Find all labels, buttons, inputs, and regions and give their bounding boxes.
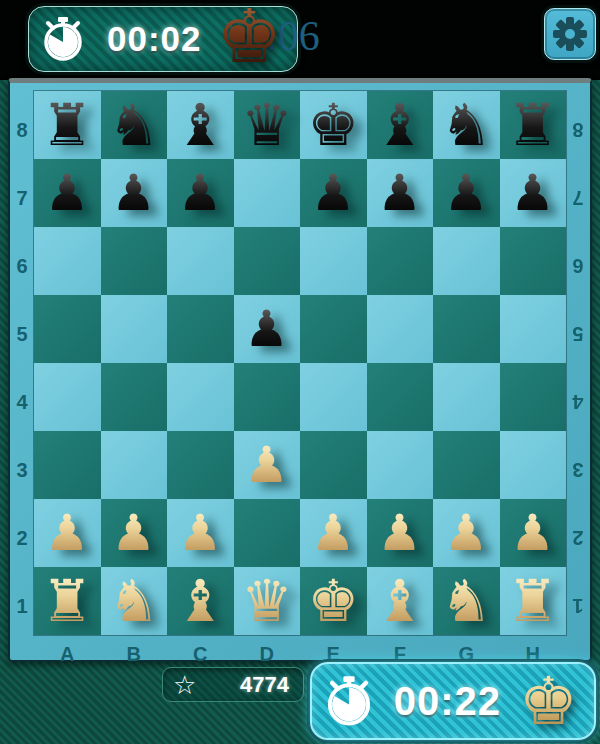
square-e3[interactable]: [300, 431, 367, 499]
rank-label-left-2: 2: [12, 528, 32, 548]
file-label-f: F: [390, 644, 410, 664]
piece-white-pawn[interactable]: ♟: [244, 440, 289, 490]
square-a8[interactable]: ♜: [34, 91, 101, 159]
square-a1[interactable]: ♜: [34, 567, 101, 635]
square-c5[interactable]: [167, 295, 234, 363]
square-d8[interactable]: ♛: [234, 91, 301, 159]
square-h6[interactable]: [500, 227, 567, 295]
piece-white-knight[interactable]: ♞: [440, 572, 492, 630]
square-c1[interactable]: ♝: [167, 567, 234, 635]
white-timer: 00:22: [394, 679, 501, 724]
piece-white-king[interactable]: ♚: [307, 572, 359, 630]
square-a6[interactable]: [34, 227, 101, 295]
rank-label-left-8: 8: [12, 120, 32, 140]
piece-black-knight[interactable]: ♞: [108, 96, 160, 154]
top-bar: 00:02 ♚ :06: [0, 0, 600, 80]
square-b5[interactable]: [101, 295, 168, 363]
square-g8[interactable]: ♞: [433, 91, 500, 159]
file-label-b: B: [124, 644, 144, 664]
square-e6[interactable]: [300, 227, 367, 295]
rank-label-left-5: 5: [12, 324, 32, 344]
square-g6[interactable]: [433, 227, 500, 295]
square-f6[interactable]: [367, 227, 434, 295]
rank-label-right-2: 2: [568, 528, 588, 548]
square-c4[interactable]: [167, 363, 234, 431]
rank-label-right-5: 5: [568, 324, 588, 344]
piece-black-pawn[interactable]: ♟: [111, 168, 156, 218]
piece-black-bishop[interactable]: ♝: [174, 96, 226, 154]
piece-white-rook[interactable]: ♜: [41, 572, 93, 630]
piece-black-pawn[interactable]: ♟: [244, 304, 289, 354]
square-e1[interactable]: ♚: [300, 567, 367, 635]
file-label-g: G: [456, 644, 476, 664]
file-label-h: H: [523, 644, 543, 664]
white-king-icon: ♚: [519, 668, 578, 734]
rank-label-right-1: 1: [568, 596, 588, 616]
square-b2[interactable]: ♟: [101, 499, 168, 567]
square-e2[interactable]: ♟: [300, 499, 367, 567]
square-b3[interactable]: [101, 431, 168, 499]
piece-black-rook[interactable]: ♜: [41, 96, 93, 154]
square-a5[interactable]: [34, 295, 101, 363]
board-grid: ♜♞♝♛♚♝♞♜♟♟♟♟♟♟♟♟♟♟♟♟♟♟♟♟♜♞♝♛♚♝♞♜: [34, 91, 566, 635]
square-c3[interactable]: [167, 431, 234, 499]
square-e8[interactable]: ♚: [300, 91, 367, 159]
file-label-c: C: [190, 644, 210, 664]
piece-black-knight[interactable]: ♞: [440, 96, 492, 154]
square-h5[interactable]: [500, 295, 567, 363]
square-f2[interactable]: ♟: [367, 499, 434, 567]
piece-white-pawn[interactable]: ♟: [178, 508, 223, 558]
square-e5[interactable]: [300, 295, 367, 363]
rank-label-left-3: 3: [12, 460, 32, 480]
square-c2[interactable]: ♟: [167, 499, 234, 567]
white-timer-box: 00:22 ♚: [310, 662, 596, 740]
piece-black-bishop[interactable]: ♝: [374, 96, 426, 154]
rank-label-left-7: 7: [12, 188, 32, 208]
piece-white-pawn[interactable]: ♟: [311, 508, 356, 558]
square-g3[interactable]: [433, 431, 500, 499]
square-d3[interactable]: ♟: [234, 431, 301, 499]
square-b1[interactable]: ♞: [101, 567, 168, 635]
piece-white-queen[interactable]: ♛: [241, 572, 293, 630]
square-c8[interactable]: ♝: [167, 91, 234, 159]
rank-label-left-4: 4: [12, 392, 32, 412]
rank-label-right-3: 3: [568, 460, 588, 480]
piece-white-pawn[interactable]: ♟: [444, 508, 489, 558]
square-h8[interactable]: ♜: [500, 91, 567, 159]
square-d5[interactable]: ♟: [234, 295, 301, 363]
piece-black-pawn[interactable]: ♟: [311, 168, 356, 218]
square-h1[interactable]: ♜: [500, 567, 567, 635]
square-d2[interactable]: [234, 499, 301, 567]
chess-board: ♜♞♝♛♚♝♞♜♟♟♟♟♟♟♟♟♟♟♟♟♟♟♟♟♜♞♝♛♚♝♞♜ 8877665…: [8, 78, 592, 662]
piece-white-bishop[interactable]: ♝: [174, 572, 226, 630]
square-a2[interactable]: ♟: [34, 499, 101, 567]
square-h3[interactable]: [500, 431, 567, 499]
square-a4[interactable]: [34, 363, 101, 431]
file-label-e: E: [323, 644, 343, 664]
square-h2[interactable]: ♟: [500, 499, 567, 567]
square-c7[interactable]: ♟: [167, 159, 234, 227]
square-e4[interactable]: [300, 363, 367, 431]
gear-icon: [550, 14, 590, 54]
rating-box: ☆ 4774: [162, 667, 304, 702]
stopwatch-icon: [39, 15, 87, 63]
square-g7[interactable]: ♟: [433, 159, 500, 227]
square-b6[interactable]: [101, 227, 168, 295]
piece-black-pawn[interactable]: ♟: [178, 168, 223, 218]
square-f7[interactable]: ♟: [367, 159, 434, 227]
square-h7[interactable]: ♟: [500, 159, 567, 227]
square-b7[interactable]: ♟: [101, 159, 168, 227]
rank-label-right-7: 7: [568, 188, 588, 208]
square-b4[interactable]: [101, 363, 168, 431]
piece-black-rook[interactable]: ♜: [507, 96, 559, 154]
piece-black-pawn[interactable]: ♟: [444, 168, 489, 218]
square-g4[interactable]: [433, 363, 500, 431]
file-label-d: D: [257, 644, 277, 664]
rating-value: 4774: [240, 672, 289, 698]
piece-white-pawn[interactable]: ♟: [510, 508, 555, 558]
rank-label-left-1: 1: [12, 596, 32, 616]
piece-white-pawn[interactable]: ♟: [111, 508, 156, 558]
square-b8[interactable]: ♞: [101, 91, 168, 159]
square-c6[interactable]: [167, 227, 234, 295]
square-d1[interactable]: ♛: [234, 567, 301, 635]
stopwatch-icon: [322, 674, 376, 728]
square-d6[interactable]: [234, 227, 301, 295]
square-h4[interactable]: [500, 363, 567, 431]
square-d4[interactable]: [234, 363, 301, 431]
rank-label-right-4: 4: [568, 392, 588, 412]
square-f3[interactable]: [367, 431, 434, 499]
square-d7[interactable]: [234, 159, 301, 227]
piece-black-queen[interactable]: ♛: [241, 96, 293, 154]
square-f1[interactable]: ♝: [367, 567, 434, 635]
rank-label-right-6: 6: [568, 256, 588, 276]
file-label-a: A: [57, 644, 77, 664]
star-icon: ☆: [173, 672, 196, 698]
square-g2[interactable]: ♟: [433, 499, 500, 567]
square-f4[interactable]: [367, 363, 434, 431]
piece-white-pawn[interactable]: ♟: [377, 508, 422, 558]
square-a3[interactable]: [34, 431, 101, 499]
piece-white-bishop[interactable]: ♝: [374, 572, 426, 630]
square-f5[interactable]: [367, 295, 434, 363]
piece-black-king[interactable]: ♚: [307, 96, 359, 154]
piece-white-knight[interactable]: ♞: [108, 572, 160, 630]
square-e7[interactable]: ♟: [300, 159, 367, 227]
settings-button[interactable]: [544, 8, 596, 60]
rank-label-left-6: 6: [12, 256, 32, 276]
rank-label-right-8: 8: [568, 120, 588, 140]
piece-black-pawn[interactable]: ♟: [377, 168, 422, 218]
piece-black-pawn[interactable]: ♟: [510, 168, 555, 218]
piece-white-pawn[interactable]: ♟: [45, 508, 90, 558]
square-f8[interactable]: ♝: [367, 91, 434, 159]
piece-white-rook[interactable]: ♜: [507, 572, 559, 630]
square-g5[interactable]: [433, 295, 500, 363]
square-g1[interactable]: ♞: [433, 567, 500, 635]
black-timer: 00:02: [107, 19, 202, 59]
square-a7[interactable]: ♟: [34, 159, 101, 227]
black-king-icon: ♚: [216, 0, 282, 74]
piece-black-pawn[interactable]: ♟: [45, 168, 90, 218]
